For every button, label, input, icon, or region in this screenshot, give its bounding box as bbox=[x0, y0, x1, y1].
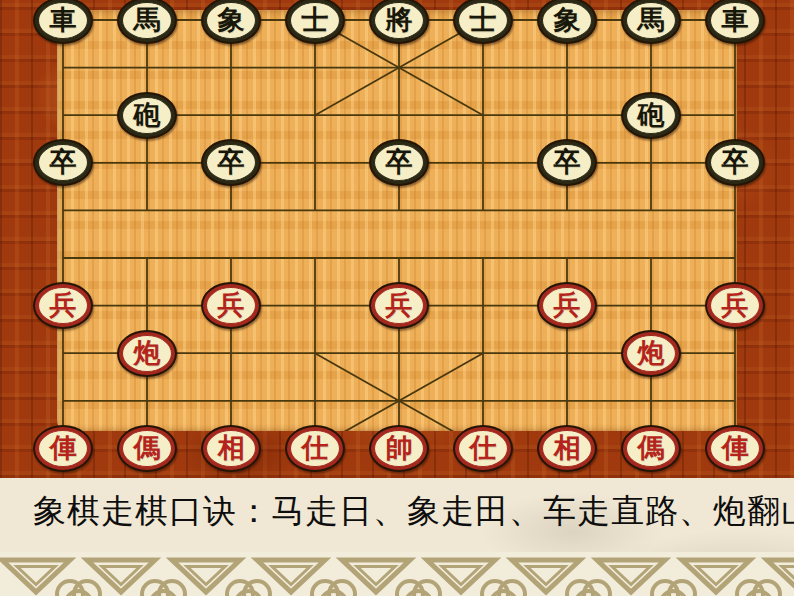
piece-red-horse[interactable]: 傌 bbox=[621, 425, 681, 472]
piece-black-soldier[interactable]: 卒 bbox=[201, 139, 261, 186]
piece-red-advisor[interactable]: 仕 bbox=[453, 425, 513, 472]
bottom-border bbox=[0, 552, 794, 596]
piece-red-general[interactable]: 帥 bbox=[369, 425, 429, 472]
caption-text: 象棋走棋口诀：马走日、象走田、车走直路、炮翻山 bbox=[33, 489, 794, 534]
piece-glyph: 象 bbox=[542, 2, 592, 39]
piece-red-advisor[interactable]: 仕 bbox=[285, 425, 345, 472]
piece-glyph: 卒 bbox=[374, 144, 424, 181]
piece-black-cannon[interactable]: 砲 bbox=[117, 92, 177, 139]
piece-black-soldier[interactable]: 卒 bbox=[537, 139, 597, 186]
piece-glyph: 兵 bbox=[206, 287, 256, 324]
piece-black-soldier[interactable]: 卒 bbox=[705, 139, 765, 186]
piece-glyph: 象 bbox=[206, 2, 256, 39]
piece-red-cannon[interactable]: 炮 bbox=[621, 330, 681, 377]
piece-red-chariot[interactable]: 俥 bbox=[33, 425, 93, 472]
piece-glyph: 帥 bbox=[374, 430, 424, 467]
pieces-layer: 車馬象士將士象馬車砲砲卒卒卒卒卒兵兵兵兵兵炮炮俥傌相仕帥仕相傌俥 bbox=[0, 0, 794, 478]
piece-glyph: 炮 bbox=[626, 335, 676, 372]
piece-glyph: 車 bbox=[710, 2, 760, 39]
piece-red-soldier[interactable]: 兵 bbox=[537, 282, 597, 329]
piece-glyph: 卒 bbox=[38, 144, 88, 181]
piece-black-general[interactable]: 將 bbox=[369, 0, 429, 44]
piece-glyph: 士 bbox=[290, 2, 340, 39]
piece-glyph: 卒 bbox=[710, 144, 760, 181]
piece-black-elephant[interactable]: 象 bbox=[201, 0, 261, 44]
slide: 車馬象士將士象馬車砲砲卒卒卒卒卒兵兵兵兵兵炮炮俥傌相仕帥仕相傌俥 象棋走棋口诀：… bbox=[0, 0, 794, 596]
piece-black-advisor[interactable]: 士 bbox=[453, 0, 513, 44]
piece-red-cannon[interactable]: 炮 bbox=[117, 330, 177, 377]
piece-glyph: 兵 bbox=[542, 287, 592, 324]
piece-black-cannon[interactable]: 砲 bbox=[621, 92, 681, 139]
piece-glyph: 俥 bbox=[38, 430, 88, 467]
piece-black-elephant[interactable]: 象 bbox=[537, 0, 597, 44]
piece-glyph: 傌 bbox=[122, 430, 172, 467]
piece-glyph: 相 bbox=[542, 430, 592, 467]
caption-band: 象棋走棋口诀：马走日、象走田、车走直路、炮翻山 bbox=[0, 478, 794, 552]
piece-black-soldier[interactable]: 卒 bbox=[369, 139, 429, 186]
piece-red-horse[interactable]: 傌 bbox=[117, 425, 177, 472]
piece-glyph: 仕 bbox=[458, 430, 508, 467]
piece-red-soldier[interactable]: 兵 bbox=[705, 282, 765, 329]
piece-glyph: 傌 bbox=[626, 430, 676, 467]
piece-red-chariot[interactable]: 俥 bbox=[705, 425, 765, 472]
piece-glyph: 將 bbox=[374, 2, 424, 39]
piece-glyph: 俥 bbox=[710, 430, 760, 467]
piece-glyph: 卒 bbox=[206, 144, 256, 181]
piece-glyph: 兵 bbox=[38, 287, 88, 324]
piece-black-horse[interactable]: 馬 bbox=[117, 0, 177, 44]
piece-glyph: 兵 bbox=[374, 287, 424, 324]
piece-glyph: 砲 bbox=[122, 97, 172, 134]
piece-glyph: 相 bbox=[206, 430, 256, 467]
piece-glyph: 車 bbox=[38, 2, 88, 39]
piece-black-chariot[interactable]: 車 bbox=[33, 0, 93, 44]
piece-glyph: 仕 bbox=[290, 430, 340, 467]
piece-glyph: 兵 bbox=[710, 287, 760, 324]
border-pattern-icon bbox=[0, 552, 794, 596]
piece-glyph: 卒 bbox=[542, 144, 592, 181]
piece-black-soldier[interactable]: 卒 bbox=[33, 139, 93, 186]
piece-red-soldier[interactable]: 兵 bbox=[201, 282, 261, 329]
piece-black-advisor[interactable]: 士 bbox=[285, 0, 345, 44]
piece-black-horse[interactable]: 馬 bbox=[621, 0, 681, 44]
piece-glyph: 馬 bbox=[122, 2, 172, 39]
piece-glyph: 砲 bbox=[626, 97, 676, 134]
piece-red-soldier[interactable]: 兵 bbox=[33, 282, 93, 329]
piece-glyph: 馬 bbox=[626, 2, 676, 39]
piece-red-soldier[interactable]: 兵 bbox=[369, 282, 429, 329]
piece-glyph: 炮 bbox=[122, 335, 172, 372]
piece-black-chariot[interactable]: 車 bbox=[705, 0, 765, 44]
piece-red-elephant[interactable]: 相 bbox=[201, 425, 261, 472]
piece-red-elephant[interactable]: 相 bbox=[537, 425, 597, 472]
piece-glyph: 士 bbox=[458, 2, 508, 39]
